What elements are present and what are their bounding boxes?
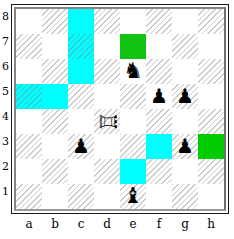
chess-board: ♞♟♟♖♟♟♝	[16, 9, 224, 209]
black-pawn[interactable]: ♟	[150, 86, 168, 106]
square-f7[interactable]	[146, 34, 172, 59]
square-h6[interactable]	[198, 59, 224, 84]
square-a3[interactable]	[16, 134, 42, 159]
square-e3[interactable]	[120, 134, 146, 159]
square-c1[interactable]	[68, 184, 94, 209]
square-d2[interactable]	[94, 159, 120, 184]
rank-label-4: 4	[0, 104, 11, 129]
square-h2[interactable]	[198, 159, 224, 184]
square-e4[interactable]	[120, 109, 146, 134]
square-d6[interactable]	[94, 59, 120, 84]
square-d3[interactable]	[94, 134, 120, 159]
square-e6[interactable]: ♞	[120, 59, 146, 84]
file-labels: abcdefgh	[16, 214, 234, 234]
square-d4[interactable]: ♖	[94, 109, 120, 134]
rank-labels: 87654321	[0, 4, 11, 214]
file-label-c: c	[68, 214, 94, 234]
square-a5[interactable]	[16, 84, 42, 109]
file-label-a: a	[16, 214, 42, 234]
file-label-e: e	[120, 214, 146, 234]
rank-label-3: 3	[0, 129, 11, 154]
file-label-h: h	[198, 214, 224, 234]
square-g3[interactable]: ♟	[172, 134, 198, 159]
square-a8[interactable]	[16, 9, 42, 34]
square-b2[interactable]	[42, 159, 68, 184]
square-h3[interactable]	[198, 134, 224, 159]
square-h8[interactable]	[198, 9, 224, 34]
square-f3[interactable]	[146, 134, 172, 159]
square-b8[interactable]	[42, 9, 68, 34]
file-label-g: g	[172, 214, 198, 234]
square-c6[interactable]	[68, 59, 94, 84]
square-a2[interactable]	[16, 159, 42, 184]
black-pawn[interactable]: ♟	[72, 136, 90, 156]
square-a1[interactable]	[16, 184, 42, 209]
black-knight[interactable]: ♞	[123, 60, 143, 82]
rank-label-2: 2	[0, 154, 11, 179]
rank-label-7: 7	[0, 29, 11, 54]
square-c3[interactable]: ♟	[68, 134, 94, 159]
square-e7[interactable]	[120, 34, 146, 59]
file-label-f: f	[146, 214, 172, 234]
board-inner-frame: ♞♟♟♖♟♟♝	[14, 7, 226, 211]
square-b4[interactable]	[42, 109, 68, 134]
square-e2[interactable]	[120, 159, 146, 184]
square-g7[interactable]	[172, 34, 198, 59]
square-c5[interactable]	[68, 84, 94, 109]
square-d7[interactable]	[94, 34, 120, 59]
rank-label-6: 6	[0, 54, 11, 79]
square-b5[interactable]	[42, 84, 68, 109]
square-a4[interactable]	[16, 109, 42, 134]
square-d8[interactable]	[94, 9, 120, 34]
square-f2[interactable]	[146, 159, 172, 184]
rank-label-5: 5	[0, 79, 11, 104]
square-b6[interactable]	[42, 59, 68, 84]
rank-label-8: 8	[0, 4, 11, 29]
square-g4[interactable]	[172, 109, 198, 134]
file-label-b: b	[42, 214, 68, 234]
square-g6[interactable]	[172, 59, 198, 84]
square-b7[interactable]	[42, 34, 68, 59]
square-f1[interactable]	[146, 184, 172, 209]
square-d1[interactable]	[94, 184, 120, 209]
square-h7[interactable]	[198, 34, 224, 59]
white-rook-rotated[interactable]: ♖	[96, 111, 119, 132]
black-pawn[interactable]: ♟	[176, 86, 194, 106]
file-label-d: d	[94, 214, 120, 234]
square-h5[interactable]	[198, 84, 224, 109]
black-pawn[interactable]: ♟	[176, 136, 194, 156]
square-g8[interactable]	[172, 9, 198, 34]
square-e1[interactable]: ♝	[120, 184, 146, 209]
square-a6[interactable]	[16, 59, 42, 84]
square-b1[interactable]	[42, 184, 68, 209]
square-h1[interactable]	[198, 184, 224, 209]
square-c8[interactable]	[68, 9, 94, 34]
square-g5[interactable]: ♟	[172, 84, 198, 109]
square-h4[interactable]	[198, 109, 224, 134]
square-a7[interactable]	[16, 34, 42, 59]
square-f8[interactable]	[146, 9, 172, 34]
square-g1[interactable]	[172, 184, 198, 209]
square-f5[interactable]: ♟	[146, 84, 172, 109]
square-e5[interactable]	[120, 84, 146, 109]
square-e8[interactable]	[120, 9, 146, 34]
black-bishop[interactable]: ♝	[123, 185, 143, 207]
square-b3[interactable]	[42, 134, 68, 159]
square-f6[interactable]	[146, 59, 172, 84]
board-frame: ♞♟♟♖♟♟♝	[11, 4, 229, 214]
square-f4[interactable]	[146, 109, 172, 134]
square-c4[interactable]	[68, 109, 94, 134]
square-c2[interactable]	[68, 159, 94, 184]
square-d5[interactable]	[94, 84, 120, 109]
rank-label-1: 1	[0, 179, 11, 204]
chess-diagram: 87654321 ♞♟♟♖♟♟♝ abcdefgh	[0, 0, 234, 234]
square-c7[interactable]	[68, 34, 94, 59]
square-g2[interactable]	[172, 159, 198, 184]
